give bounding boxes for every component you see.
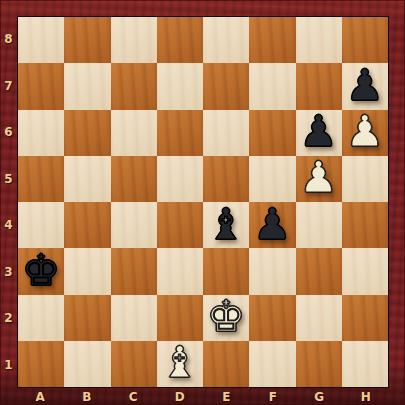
white-pawn[interactable]: ♟ — [299, 156, 338, 199]
square-c3[interactable] — [111, 248, 157, 294]
square-a1[interactable] — [18, 341, 64, 387]
square-d8[interactable] — [157, 17, 203, 63]
square-e7[interactable] — [203, 63, 249, 109]
file-label-g: G — [296, 389, 343, 405]
square-b2[interactable] — [64, 295, 110, 341]
square-e6[interactable] — [203, 110, 249, 156]
rank-label-6: 6 — [0, 109, 17, 156]
black-king[interactable]: ♚ — [22, 249, 61, 292]
file-label-h: H — [343, 389, 390, 405]
square-a5[interactable] — [18, 156, 64, 202]
square-b7[interactable] — [64, 63, 110, 109]
square-h5[interactable] — [342, 156, 388, 202]
rank-label-1: 1 — [0, 342, 17, 389]
square-e3[interactable] — [203, 248, 249, 294]
square-d7[interactable] — [157, 63, 203, 109]
rank-label-2: 2 — [0, 295, 17, 342]
square-d4[interactable] — [157, 202, 203, 248]
square-g8[interactable] — [296, 17, 342, 63]
square-g1[interactable] — [296, 341, 342, 387]
black-pawn[interactable]: ♟ — [299, 110, 338, 153]
white-king[interactable]: ♚ — [207, 295, 246, 338]
square-a7[interactable] — [18, 63, 64, 109]
square-d3[interactable] — [157, 248, 203, 294]
square-b3[interactable] — [64, 248, 110, 294]
square-b1[interactable] — [64, 341, 110, 387]
square-a6[interactable] — [18, 110, 64, 156]
square-b5[interactable] — [64, 156, 110, 202]
square-f6[interactable] — [249, 110, 295, 156]
square-g2[interactable] — [296, 295, 342, 341]
square-c2[interactable] — [111, 295, 157, 341]
square-b4[interactable] — [64, 202, 110, 248]
file-label-f: F — [250, 389, 297, 405]
rank-label-7: 7 — [0, 63, 17, 110]
square-h3[interactable] — [342, 248, 388, 294]
black-pawn[interactable]: ♟ — [253, 203, 292, 246]
black-bishop[interactable]: ♝ — [207, 203, 246, 246]
square-e5[interactable] — [203, 156, 249, 202]
square-f7[interactable] — [249, 63, 295, 109]
square-d2[interactable] — [157, 295, 203, 341]
square-h2[interactable] — [342, 295, 388, 341]
square-b6[interactable] — [64, 110, 110, 156]
square-h8[interactable] — [342, 17, 388, 63]
square-a8[interactable] — [18, 17, 64, 63]
square-e8[interactable] — [203, 17, 249, 63]
file-label-d: D — [157, 389, 204, 405]
file-label-b: B — [64, 389, 111, 405]
file-label-c: C — [110, 389, 157, 405]
file-label-a: A — [17, 389, 64, 405]
square-c8[interactable] — [111, 17, 157, 63]
square-e4[interactable]: ♝ — [203, 202, 249, 248]
square-f4[interactable]: ♟ — [249, 202, 295, 248]
square-h6[interactable]: ♟ — [342, 110, 388, 156]
square-g3[interactable] — [296, 248, 342, 294]
square-f2[interactable] — [249, 295, 295, 341]
square-g4[interactable] — [296, 202, 342, 248]
white-bishop[interactable]: ♝ — [161, 341, 200, 384]
square-f8[interactable] — [249, 17, 295, 63]
square-h4[interactable] — [342, 202, 388, 248]
square-c6[interactable] — [111, 110, 157, 156]
square-c4[interactable] — [111, 202, 157, 248]
square-f5[interactable] — [249, 156, 295, 202]
square-e2[interactable]: ♚ — [203, 295, 249, 341]
rank-label-5: 5 — [0, 156, 17, 203]
chess-board-frame: ♟♟♟♟♝♟♚♚♝ 87654321 ABCDEFGH — [0, 0, 405, 405]
square-a3[interactable]: ♚ — [18, 248, 64, 294]
square-h7[interactable]: ♟ — [342, 63, 388, 109]
rank-label-3: 3 — [0, 249, 17, 296]
square-f1[interactable] — [249, 341, 295, 387]
square-c1[interactable] — [111, 341, 157, 387]
black-pawn[interactable]: ♟ — [346, 64, 385, 107]
chess-board: ♟♟♟♟♝♟♚♚♝ — [17, 16, 389, 388]
square-g6[interactable]: ♟ — [296, 110, 342, 156]
square-d1[interactable]: ♝ — [157, 341, 203, 387]
square-g7[interactable] — [296, 63, 342, 109]
file-labels: ABCDEFGH — [17, 389, 389, 405]
rank-labels: 87654321 — [0, 16, 17, 388]
square-g5[interactable]: ♟ — [296, 156, 342, 202]
square-h1[interactable] — [342, 341, 388, 387]
rank-label-8: 8 — [0, 16, 17, 63]
square-c5[interactable] — [111, 156, 157, 202]
file-label-e: E — [203, 389, 250, 405]
square-e1[interactable] — [203, 341, 249, 387]
square-b8[interactable] — [64, 17, 110, 63]
square-c7[interactable] — [111, 63, 157, 109]
square-d5[interactable] — [157, 156, 203, 202]
square-d6[interactable] — [157, 110, 203, 156]
square-f3[interactable] — [249, 248, 295, 294]
white-pawn[interactable]: ♟ — [346, 110, 385, 153]
rank-label-4: 4 — [0, 202, 17, 249]
square-a2[interactable] — [18, 295, 64, 341]
square-a4[interactable] — [18, 202, 64, 248]
